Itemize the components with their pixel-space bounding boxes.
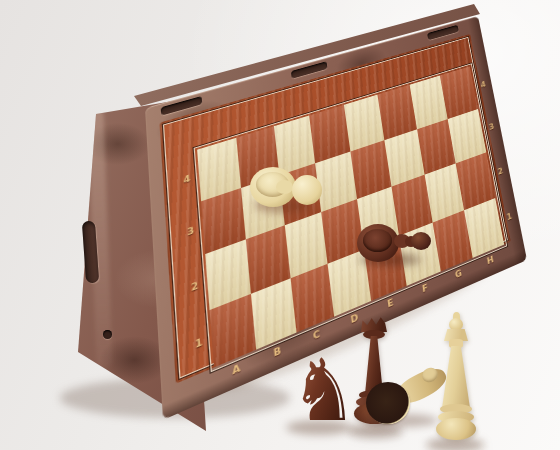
pawn-collar [276,180,293,194]
knight-glyph: ♞ [291,346,349,434]
black-knight: ♞ [286,346,354,438]
king-base [436,418,476,440]
felt-base [366,382,410,424]
pawn-head [411,232,431,250]
white-pawn [250,163,330,221]
white-king [432,312,480,450]
king-body [442,346,470,408]
rank-label-4: 4 [183,173,191,185]
magnet-hole [103,330,112,339]
black-pawn-lying [357,217,437,271]
rank-label-1: 1 [195,337,203,351]
studio-scene: 44332211ABCDEFGH ♞ [0,0,560,450]
rank-label-3: 3 [187,225,195,237]
pawn-base-top [363,229,392,252]
pawn-head [292,175,322,205]
rank-label-2: 2 [191,280,199,293]
